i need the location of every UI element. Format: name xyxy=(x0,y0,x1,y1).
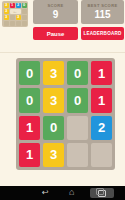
best-score-label: BEST SCORE xyxy=(87,4,117,8)
logo-cell: ← xyxy=(10,9,21,14)
score-label: SCORE xyxy=(47,4,63,8)
logo-cell xyxy=(22,9,27,14)
tile-1: 1 xyxy=(91,61,112,85)
score-box: SCORE 9 xyxy=(33,0,78,24)
tile-0: 0 xyxy=(67,61,88,85)
recents-icon xyxy=(98,190,106,197)
header-divider xyxy=(0,52,125,53)
empty-cell xyxy=(67,116,88,140)
logo-cell xyxy=(16,21,21,26)
app-logo-icon: 31203←33 xyxy=(2,1,28,27)
logo-cell xyxy=(22,15,27,20)
back-icon[interactable]: ↩ xyxy=(42,189,49,197)
tile-0: 0 xyxy=(67,88,88,112)
android-navigation-bar: ↩ ⌂ xyxy=(0,186,125,200)
logo-cell: 3 xyxy=(4,15,9,20)
tile-0: 0 xyxy=(43,116,64,140)
leaderboard-button[interactable]: LEADERBOARD xyxy=(81,27,124,40)
tile-3: 3 xyxy=(43,61,64,85)
logo-cell xyxy=(22,21,27,26)
best-score-box: BEST SCORE 115 xyxy=(81,0,124,24)
logo-cell: 3 xyxy=(16,15,21,20)
pause-button[interactable]: Pause xyxy=(33,27,78,40)
tile-1: 1 xyxy=(19,116,40,140)
logo-cell xyxy=(10,21,15,26)
logo-cell: 3 xyxy=(4,3,9,8)
tile-0: 0 xyxy=(19,88,40,112)
logo-cell: 3 xyxy=(4,9,9,14)
tile-3: 3 xyxy=(43,88,64,112)
best-score-value: 115 xyxy=(94,10,110,20)
tile-1: 1 xyxy=(91,88,112,112)
empty-cell xyxy=(91,143,112,167)
logo-cell xyxy=(10,15,15,20)
tile-2: 2 xyxy=(91,116,112,140)
home-icon[interactable]: ⌂ xyxy=(69,188,74,197)
logo-cell: 1 xyxy=(10,3,15,8)
empty-cell xyxy=(67,143,88,167)
tile-3: 3 xyxy=(43,143,64,167)
logo-cell: 2 xyxy=(16,3,21,8)
logo-cell xyxy=(4,21,9,26)
recents-button[interactable] xyxy=(90,188,114,198)
tile-1: 1 xyxy=(19,143,40,167)
score-value: 9 xyxy=(53,10,59,20)
tile-0: 0 xyxy=(19,61,40,85)
logo-cell: 0 xyxy=(22,3,27,8)
game-board[interactable]: 0301030110213 xyxy=(16,58,115,170)
